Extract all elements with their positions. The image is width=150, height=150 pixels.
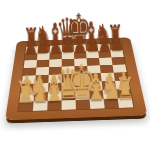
square-f1[interactable] (90, 99, 105, 109)
square-h1[interactable] (118, 98, 134, 108)
square-e1[interactable] (76, 99, 91, 109)
square-d1[interactable] (62, 100, 76, 110)
square-a1[interactable] (19, 101, 34, 111)
photo-background: ♜♞♝♛♚♝♞♜♟♟♟♟♟♟♟♟♟♟♟♟♟♟♟♟♜♞♝♛♚♝♞♜ (0, 0, 150, 150)
square-g1[interactable] (104, 98, 119, 108)
chess-scene: ♜♞♝♛♚♝♞♜♟♟♟♟♟♟♟♟♟♟♟♟♟♟♟♟♜♞♝♛♚♝♞♜ (0, 0, 150, 150)
square-b1[interactable] (33, 101, 48, 111)
chess-board[interactable] (5, 37, 147, 120)
square-c1[interactable] (47, 100, 61, 110)
